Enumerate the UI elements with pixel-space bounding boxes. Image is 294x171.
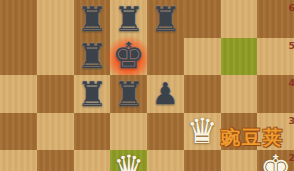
square-b6[interactable] (37, 0, 74, 38)
black-king-d5[interactable]: ♚ (110, 38, 147, 76)
square-d2[interactable]: ♛ (110, 150, 147, 171)
black-rook-c4[interactable]: ♜ (74, 75, 111, 113)
square-c3[interactable] (74, 113, 111, 151)
square-g4[interactable] (221, 75, 258, 113)
square-c4[interactable]: ♜ (74, 75, 111, 113)
square-a5[interactable] (0, 38, 37, 76)
rank-label-3: 3 (288, 115, 294, 126)
square-g6[interactable] (221, 0, 258, 38)
square-e4[interactable]: ♟ (147, 75, 184, 113)
square-b5[interactable] (37, 38, 74, 76)
black-rook-c5[interactable]: ♜ (74, 38, 111, 76)
square-c6[interactable]: ♜ (74, 0, 111, 38)
square-a4[interactable] (0, 75, 37, 113)
square-e3[interactable] (147, 113, 184, 151)
square-f6[interactable] (184, 0, 221, 38)
black-rook-d4[interactable]: ♜ (110, 75, 147, 113)
square-b4[interactable] (37, 75, 74, 113)
square-d5[interactable]: ♚ (110, 38, 147, 76)
black-rook-d6[interactable]: ♜ (110, 0, 147, 38)
square-f4[interactable] (184, 75, 221, 113)
square-b3[interactable] (37, 113, 74, 151)
square-d4[interactable]: ♜ (110, 75, 147, 113)
black-rook-c6[interactable]: ♜ (74, 0, 111, 38)
black-pawn-e4[interactable]: ♟ (147, 75, 184, 113)
square-a6[interactable] (0, 0, 37, 38)
square-f3[interactable]: ♛ (184, 113, 221, 151)
square-d3[interactable] (110, 113, 147, 151)
square-e5[interactable] (147, 38, 184, 76)
square-a3[interactable] (0, 113, 37, 151)
white-queen-f3[interactable]: ♛ (184, 113, 221, 151)
watermark: 豌豆荚 (221, 125, 284, 151)
square-e2[interactable] (147, 150, 184, 171)
rank-label-4: 4 (288, 77, 294, 88)
square-e6[interactable]: ♜ (147, 0, 184, 38)
square-c5[interactable]: ♜ (74, 38, 111, 76)
black-rook-e6[interactable]: ♜ (147, 0, 184, 38)
square-f2[interactable] (184, 150, 221, 171)
square-a2[interactable] (0, 150, 37, 171)
white-queen-d2[interactable]: ♛ (110, 150, 147, 171)
square-c2[interactable] (74, 150, 111, 171)
square-b2[interactable] (37, 150, 74, 171)
rank-label-2: 2 (288, 152, 294, 163)
rank-label-5: 5 (288, 40, 294, 51)
rank-label-6: 6 (288, 2, 294, 13)
square-f5[interactable] (184, 38, 221, 76)
square-g5[interactable] (221, 38, 258, 76)
square-g2[interactable] (221, 150, 258, 171)
square-d6[interactable]: ♜ (110, 0, 147, 38)
